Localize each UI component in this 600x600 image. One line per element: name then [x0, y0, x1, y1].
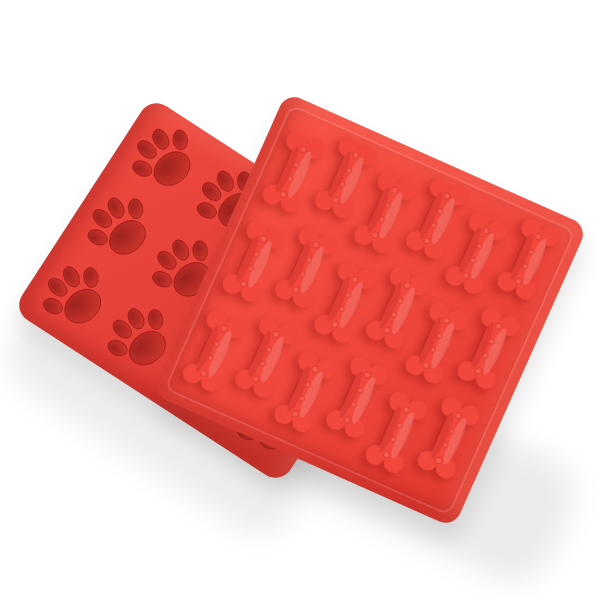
paw-toe	[191, 240, 208, 262]
paw-toe	[41, 295, 65, 317]
paw-toe	[82, 266, 99, 288]
paw-toe	[105, 337, 129, 359]
paw-toe	[85, 227, 109, 249]
product-photo	[0, 0, 600, 600]
paw-toe	[130, 158, 154, 180]
paw-toe	[195, 200, 219, 222]
paw-toe	[147, 308, 164, 330]
paw-toe	[172, 129, 189, 151]
paw-toe	[127, 198, 144, 220]
paw-toe	[150, 268, 174, 290]
